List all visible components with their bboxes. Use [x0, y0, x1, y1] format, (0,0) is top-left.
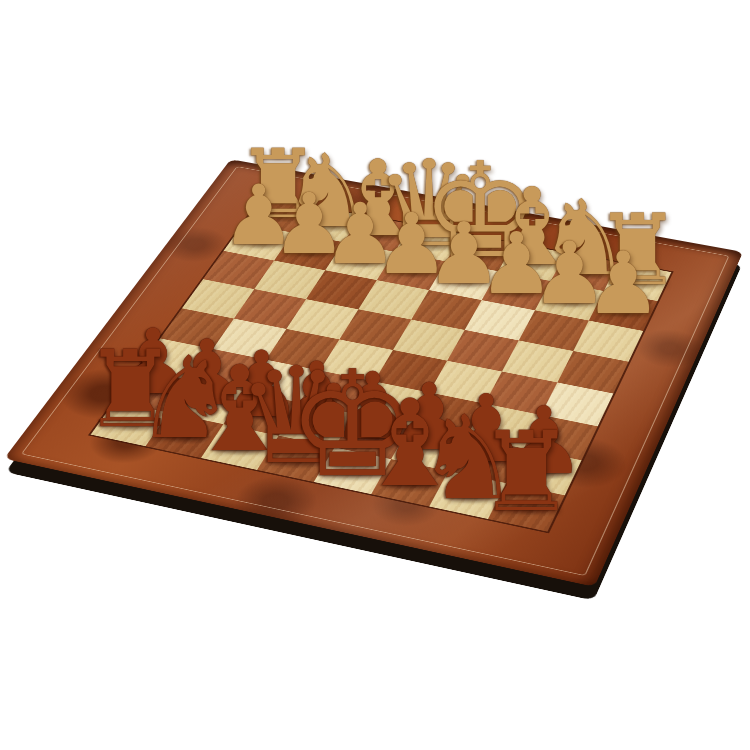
piece-black-rook[interactable]: ♜ — [477, 417, 576, 527]
piece-white-pawn[interactable]: ♟ — [585, 240, 662, 326]
product-photo-stage: ♜♞♝♛♚♝♞♜♟♟♟♟♟♟♟♟♟♟♟♟♟♟♟♟♜♞♝♛♚♝♞♜ — [0, 0, 750, 750]
